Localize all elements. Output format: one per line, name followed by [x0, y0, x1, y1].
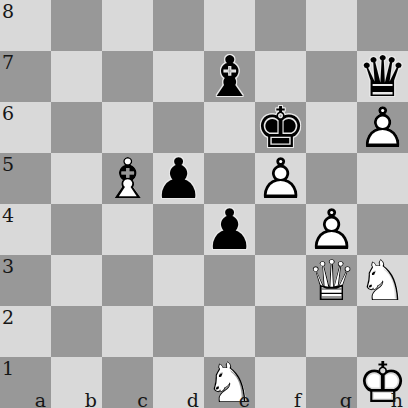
white-king-icon: ♔ — [357, 357, 408, 408]
white-knight-icon: ♘ — [357, 255, 408, 306]
white-pawn-icon: ♙ — [357, 102, 408, 153]
square-a4[interactable] — [0, 204, 51, 255]
square-g7[interactable] — [306, 51, 357, 102]
square-d8[interactable] — [153, 0, 204, 51]
white-queen[interactable]: ♛♕ — [306, 255, 357, 306]
square-f1[interactable] — [255, 357, 306, 408]
square-g2[interactable] — [306, 306, 357, 357]
square-a3[interactable] — [0, 255, 51, 306]
chess-diagram: ♝♛♚♟♙♝♗♟♟♙♟♟♙♛♕♞♘♞♘♚♔ 87654321abcdefgh — [0, 0, 408, 408]
white-bishop-icon: ♗ — [102, 153, 153, 204]
square-b6[interactable] — [51, 102, 102, 153]
black-pawn-icon: ♟ — [204, 204, 255, 255]
square-b8[interactable] — [51, 0, 102, 51]
black-pawn-icon: ♟ — [153, 153, 204, 204]
square-e6[interactable] — [204, 102, 255, 153]
square-c8[interactable] — [102, 0, 153, 51]
square-d4[interactable] — [153, 204, 204, 255]
square-f3[interactable] — [255, 255, 306, 306]
white-knight-icon: ♘ — [204, 357, 255, 408]
square-b4[interactable] — [51, 204, 102, 255]
square-b2[interactable] — [51, 306, 102, 357]
square-c3[interactable] — [102, 255, 153, 306]
square-d3[interactable] — [153, 255, 204, 306]
square-a8[interactable] — [0, 0, 51, 51]
square-c7[interactable] — [102, 51, 153, 102]
square-a6[interactable] — [0, 102, 51, 153]
square-e7[interactable]: ♝ — [204, 51, 255, 102]
square-c2[interactable] — [102, 306, 153, 357]
square-b3[interactable] — [51, 255, 102, 306]
white-queen-icon: ♕ — [306, 255, 357, 306]
white-pawn[interactable]: ♟♙ — [255, 153, 306, 204]
square-f2[interactable] — [255, 306, 306, 357]
square-h1[interactable]: ♚♔ — [357, 357, 408, 408]
white-pawn[interactable]: ♟♙ — [357, 102, 408, 153]
square-b7[interactable] — [51, 51, 102, 102]
square-h3[interactable]: ♞♘ — [357, 255, 408, 306]
square-d7[interactable] — [153, 51, 204, 102]
square-e1[interactable]: ♞♘ — [204, 357, 255, 408]
black-pawn[interactable]: ♟ — [153, 153, 204, 204]
square-e4[interactable]: ♟ — [204, 204, 255, 255]
black-bishop[interactable]: ♝ — [204, 51, 255, 102]
square-g1[interactable] — [306, 357, 357, 408]
square-c5[interactable]: ♝♗ — [102, 153, 153, 204]
square-a1[interactable] — [0, 357, 51, 408]
white-knight[interactable]: ♞♘ — [204, 357, 255, 408]
square-c4[interactable] — [102, 204, 153, 255]
square-f8[interactable] — [255, 0, 306, 51]
black-bishop-icon: ♝ — [204, 51, 255, 102]
black-pawn[interactable]: ♟ — [204, 204, 255, 255]
square-f4[interactable] — [255, 204, 306, 255]
white-king[interactable]: ♚♔ — [357, 357, 408, 408]
square-d1[interactable] — [153, 357, 204, 408]
white-knight[interactable]: ♞♘ — [357, 255, 408, 306]
white-bishop[interactable]: ♝♗ — [102, 153, 153, 204]
square-g6[interactable] — [306, 102, 357, 153]
square-d2[interactable] — [153, 306, 204, 357]
square-b1[interactable] — [51, 357, 102, 408]
square-g8[interactable] — [306, 0, 357, 51]
square-g3[interactable]: ♛♕ — [306, 255, 357, 306]
square-h6[interactable]: ♟♙ — [357, 102, 408, 153]
square-a7[interactable] — [0, 51, 51, 102]
square-e3[interactable] — [204, 255, 255, 306]
square-d5[interactable]: ♟ — [153, 153, 204, 204]
square-a5[interactable] — [0, 153, 51, 204]
chess-board: ♝♛♚♟♙♝♗♟♟♙♟♟♙♛♕♞♘♞♘♚♔ — [0, 0, 408, 408]
white-pawn-icon: ♙ — [255, 153, 306, 204]
square-a2[interactable] — [0, 306, 51, 357]
square-b5[interactable] — [51, 153, 102, 204]
square-f5[interactable]: ♟♙ — [255, 153, 306, 204]
square-c1[interactable] — [102, 357, 153, 408]
square-h5[interactable] — [357, 153, 408, 204]
